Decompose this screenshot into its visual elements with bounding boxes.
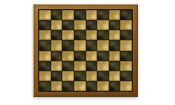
square-e2[interactable] bbox=[86, 71, 98, 81]
square-c1[interactable] bbox=[62, 81, 74, 91]
board-frame-inner-line bbox=[38, 9, 133, 92]
square-e7[interactable] bbox=[86, 20, 98, 30]
square-f8[interactable] bbox=[97, 10, 109, 20]
square-h6[interactable] bbox=[120, 30, 132, 40]
square-d4[interactable] bbox=[74, 51, 86, 61]
square-g3[interactable] bbox=[109, 61, 121, 71]
square-a6[interactable] bbox=[39, 30, 51, 40]
square-f3[interactable] bbox=[97, 61, 109, 71]
square-g1[interactable] bbox=[109, 81, 121, 91]
square-b3[interactable] bbox=[51, 61, 63, 71]
square-a7[interactable] bbox=[39, 20, 51, 30]
square-c8[interactable] bbox=[62, 10, 74, 20]
board-grid bbox=[39, 10, 132, 91]
square-d2[interactable] bbox=[74, 71, 86, 81]
square-a4[interactable] bbox=[39, 51, 51, 61]
square-h8[interactable] bbox=[120, 10, 132, 20]
square-f7[interactable] bbox=[97, 20, 109, 30]
square-e5[interactable] bbox=[86, 40, 98, 50]
square-d7[interactable] bbox=[74, 20, 86, 30]
square-c7[interactable] bbox=[62, 20, 74, 30]
square-a3[interactable] bbox=[39, 61, 51, 71]
square-a5[interactable] bbox=[39, 40, 51, 50]
square-b2[interactable] bbox=[51, 71, 63, 81]
square-d6[interactable] bbox=[74, 30, 86, 40]
square-f5[interactable] bbox=[97, 40, 109, 50]
square-h4[interactable] bbox=[120, 51, 132, 61]
square-e3[interactable] bbox=[86, 61, 98, 71]
product-photo bbox=[0, 0, 175, 105]
square-h3[interactable] bbox=[120, 61, 132, 71]
square-c3[interactable] bbox=[62, 61, 74, 71]
square-b6[interactable] bbox=[51, 30, 63, 40]
square-h2[interactable] bbox=[120, 71, 132, 81]
square-b1[interactable] bbox=[51, 81, 63, 91]
square-h1[interactable] bbox=[120, 81, 132, 91]
square-e8[interactable] bbox=[86, 10, 98, 20]
square-h7[interactable] bbox=[120, 20, 132, 30]
square-e4[interactable] bbox=[86, 51, 98, 61]
square-e6[interactable] bbox=[86, 30, 98, 40]
square-h5[interactable] bbox=[120, 40, 132, 50]
square-f6[interactable] bbox=[97, 30, 109, 40]
square-g6[interactable] bbox=[109, 30, 121, 40]
square-c5[interactable] bbox=[62, 40, 74, 50]
square-c2[interactable] bbox=[62, 71, 74, 81]
square-a8[interactable] bbox=[39, 10, 51, 20]
square-f1[interactable] bbox=[97, 81, 109, 91]
square-b7[interactable] bbox=[51, 20, 63, 30]
square-a2[interactable] bbox=[39, 71, 51, 81]
square-b5[interactable] bbox=[51, 40, 63, 50]
square-b4[interactable] bbox=[51, 51, 63, 61]
square-f2[interactable] bbox=[97, 71, 109, 81]
square-g2[interactable] bbox=[109, 71, 121, 81]
square-c4[interactable] bbox=[62, 51, 74, 61]
square-d3[interactable] bbox=[74, 61, 86, 71]
square-g8[interactable] bbox=[109, 10, 121, 20]
square-f4[interactable] bbox=[97, 51, 109, 61]
square-e1[interactable] bbox=[86, 81, 98, 91]
chessboard bbox=[33, 4, 138, 97]
square-g5[interactable] bbox=[109, 40, 121, 50]
square-d5[interactable] bbox=[74, 40, 86, 50]
square-g4[interactable] bbox=[109, 51, 121, 61]
square-c6[interactable] bbox=[62, 30, 74, 40]
square-d8[interactable] bbox=[74, 10, 86, 20]
square-a1[interactable] bbox=[39, 81, 51, 91]
square-b8[interactable] bbox=[51, 10, 63, 20]
square-d1[interactable] bbox=[74, 81, 86, 91]
square-g7[interactable] bbox=[109, 20, 121, 30]
